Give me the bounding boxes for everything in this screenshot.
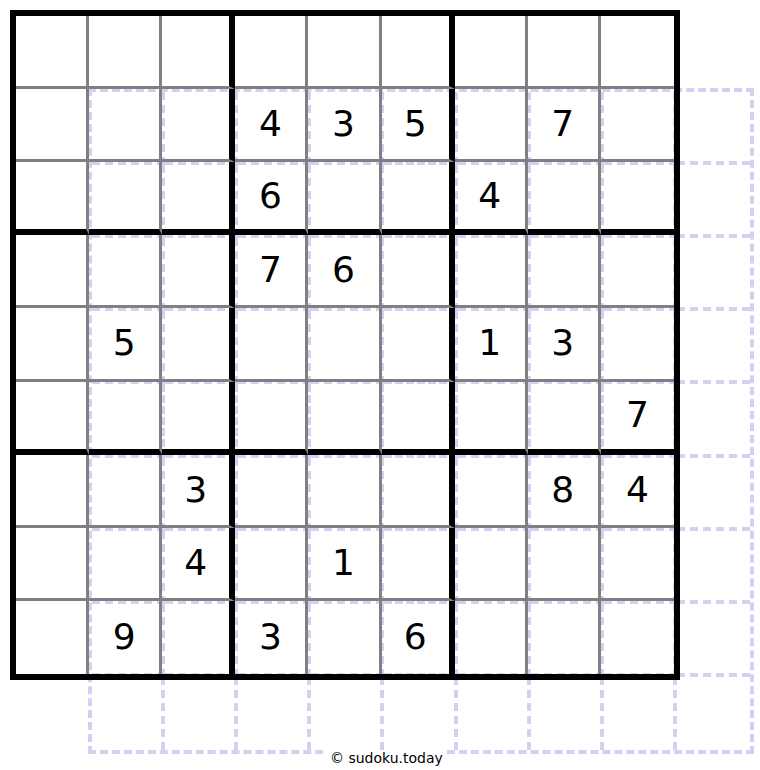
- cell-r1c3[interactable]: [162, 16, 235, 89]
- cell-r4c8[interactable]: [528, 235, 601, 308]
- cell-r8c4[interactable]: [235, 528, 308, 601]
- cell-r3c8[interactable]: [528, 162, 601, 235]
- overlay-cell: [677, 165, 750, 238]
- cell-r7c4[interactable]: [235, 455, 308, 528]
- cell-r3c5[interactable]: [308, 162, 381, 235]
- cell-r6c5[interactable]: [308, 382, 381, 455]
- sudoku-board: 43576476513738441936: [10, 10, 680, 680]
- cell-r1c1[interactable]: [16, 16, 89, 89]
- cell-r9c4[interactable]: 3: [235, 601, 308, 674]
- sudoku-puzzle-image: 43576476513738441936 © sudoku.today: [0, 0, 760, 770]
- cell-r7c2[interactable]: [89, 455, 162, 528]
- cell-r6c3[interactable]: [162, 382, 235, 455]
- cell-r1c7[interactable]: [455, 16, 528, 89]
- cell-r5c4[interactable]: [235, 308, 308, 381]
- cell-r8c3[interactable]: 4: [162, 528, 235, 601]
- overlay-cell: [677, 458, 750, 531]
- cell-r5c1[interactable]: [16, 308, 89, 381]
- cell-r8c2[interactable]: [89, 528, 162, 601]
- cell-r2c5[interactable]: 3: [308, 89, 381, 162]
- cell-r4c9[interactable]: [601, 235, 674, 308]
- cell-r6c4[interactable]: [235, 382, 308, 455]
- cell-r4c2[interactable]: [89, 235, 162, 308]
- cell-r1c5[interactable]: [308, 16, 381, 89]
- cell-r7c6[interactable]: [382, 455, 455, 528]
- cell-r2c2[interactable]: [89, 89, 162, 162]
- overlay-cell: [677, 677, 750, 750]
- cell-r1c4[interactable]: [235, 16, 308, 89]
- cell-r4c6[interactable]: [382, 235, 455, 308]
- cell-r8c6[interactable]: [382, 528, 455, 601]
- cell-r7c3[interactable]: 3: [162, 455, 235, 528]
- cell-r3c7[interactable]: 4: [455, 162, 528, 235]
- cell-r3c1[interactable]: [16, 162, 89, 235]
- cell-r5c6[interactable]: [382, 308, 455, 381]
- cell-r6c2[interactable]: [89, 382, 162, 455]
- cell-r2c1[interactable]: [16, 89, 89, 162]
- cell-r9c2[interactable]: 9: [89, 601, 162, 674]
- cell-r7c8[interactable]: 8: [528, 455, 601, 528]
- cell-r8c1[interactable]: [16, 528, 89, 601]
- cell-r4c7[interactable]: [455, 235, 528, 308]
- cell-r3c4[interactable]: 6: [235, 162, 308, 235]
- cell-r9c8[interactable]: [528, 601, 601, 674]
- cell-r9c7[interactable]: [455, 601, 528, 674]
- overlay-cell: [604, 677, 677, 750]
- overlay-cell: [384, 677, 457, 750]
- overlay-cell: [677, 604, 750, 677]
- overlay-cell: [531, 677, 604, 750]
- cell-r5c3[interactable]: [162, 308, 235, 381]
- cell-r1c2[interactable]: [89, 16, 162, 89]
- cell-r8c7[interactable]: [455, 528, 528, 601]
- cell-r5c9[interactable]: [601, 308, 674, 381]
- cell-r6c6[interactable]: [382, 382, 455, 455]
- overlay-cell: [165, 677, 238, 750]
- cell-r1c9[interactable]: [601, 16, 674, 89]
- cell-r5c7[interactable]: 1: [455, 308, 528, 381]
- cell-r9c9[interactable]: [601, 601, 674, 674]
- cell-r6c7[interactable]: [455, 382, 528, 455]
- cell-r8c9[interactable]: [601, 528, 674, 601]
- cell-r9c5[interactable]: [308, 601, 381, 674]
- cell-r7c7[interactable]: [455, 455, 528, 528]
- cell-r3c9[interactable]: [601, 162, 674, 235]
- cell-r7c1[interactable]: [16, 455, 89, 528]
- cell-r7c9[interactable]: 4: [601, 455, 674, 528]
- overlay-cell: [677, 384, 750, 457]
- cell-r3c2[interactable]: [89, 162, 162, 235]
- cell-r4c4[interactable]: 7: [235, 235, 308, 308]
- overlay-cell: [92, 677, 165, 750]
- cell-r3c3[interactable]: [162, 162, 235, 235]
- cell-r5c8[interactable]: 3: [528, 308, 601, 381]
- cell-r8c5[interactable]: 1: [308, 528, 381, 601]
- cell-r2c9[interactable]: [601, 89, 674, 162]
- overlay-cell: [677, 238, 750, 311]
- cell-r6c9[interactable]: 7: [601, 382, 674, 455]
- overlay-cell: [677, 531, 750, 604]
- overlay-cell: [677, 311, 750, 384]
- cell-r2c3[interactable]: [162, 89, 235, 162]
- overlay-cell: [238, 677, 311, 750]
- cell-r4c1[interactable]: [16, 235, 89, 308]
- cell-r2c4[interactable]: 4: [235, 89, 308, 162]
- cell-r5c5[interactable]: [308, 308, 381, 381]
- cell-r1c6[interactable]: [382, 16, 455, 89]
- cell-r6c8[interactable]: [528, 382, 601, 455]
- overlay-cell: [311, 677, 384, 750]
- cell-r2c7[interactable]: [455, 89, 528, 162]
- cell-r8c8[interactable]: [528, 528, 601, 601]
- cell-r4c5[interactable]: 6: [308, 235, 381, 308]
- cell-r5c2[interactable]: 5: [89, 308, 162, 381]
- overlay-cell: [677, 92, 750, 165]
- cell-r3c6[interactable]: [382, 162, 455, 235]
- cell-r2c8[interactable]: 7: [528, 89, 601, 162]
- cell-r9c6[interactable]: 6: [382, 601, 455, 674]
- cell-r9c3[interactable]: [162, 601, 235, 674]
- cell-r6c1[interactable]: [16, 382, 89, 455]
- cell-r4c3[interactable]: [162, 235, 235, 308]
- cell-r7c5[interactable]: [308, 455, 381, 528]
- cell-r2c6[interactable]: 5: [382, 89, 455, 162]
- overlay-cell: [458, 677, 531, 750]
- cell-r1c8[interactable]: [528, 16, 601, 89]
- copyright-text: © sudoku.today: [327, 750, 446, 766]
- cell-r9c1[interactable]: [16, 601, 89, 674]
